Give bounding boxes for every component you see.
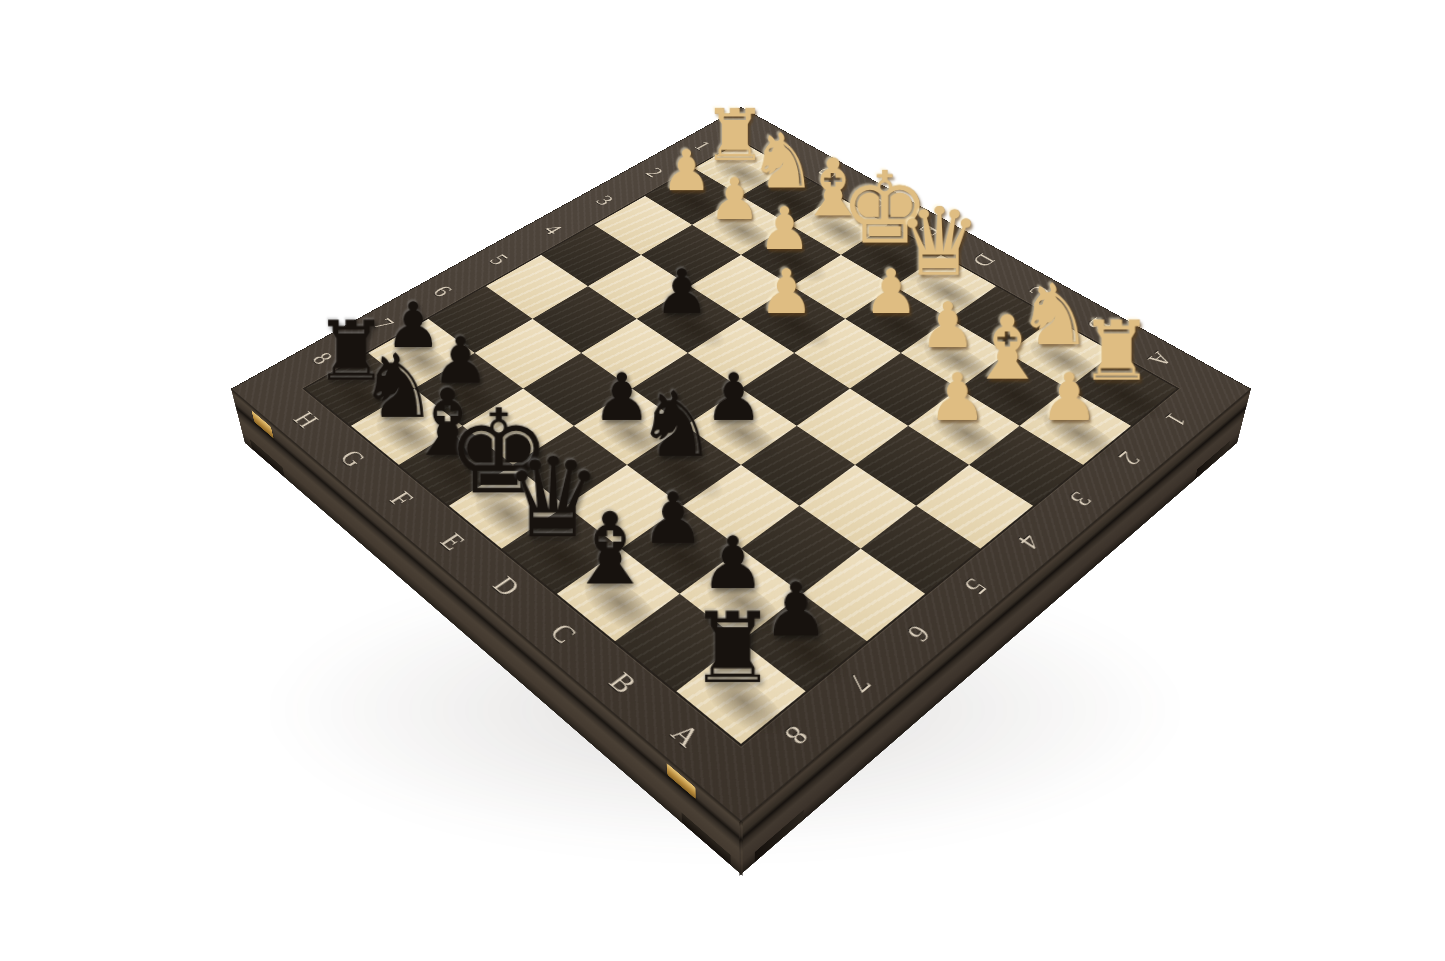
box-foot — [1195, 441, 1230, 480]
pawn-glyph-icon: ♟ — [987, 364, 1151, 430]
page-background: { "game": "chess", "scene": "wooden fold… — [0, 0, 1445, 961]
rook-glyph-icon: ♜ — [637, 599, 828, 697]
box-foot — [250, 439, 285, 478]
